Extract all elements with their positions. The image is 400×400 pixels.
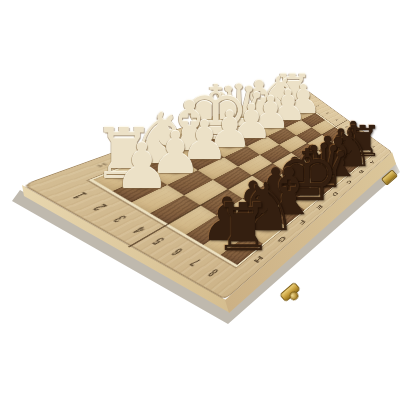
file-label-far-h: H — [96, 162, 110, 169]
rank-label-near-8: 8 — [206, 267, 221, 278]
rank-label-far-5: 5 — [344, 125, 349, 128]
file-label-far-f: F — [168, 136, 178, 141]
rank-label-near-7: 7 — [187, 256, 203, 267]
rank-label-far-1: 1 — [305, 98, 311, 101]
file-label-far-g: G — [134, 148, 147, 154]
rank-label-near-5: 5 — [150, 235, 168, 246]
file-label-near-h: H — [252, 254, 265, 263]
board-squares — [93, 99, 373, 265]
rank-label-near-1: 1 — [69, 190, 90, 200]
file-label-far-c: C — [242, 109, 250, 113]
chess-set-photo: 1122334455667788AABBCCDDEEFFGGHH ♜♞♝♛♚♝♞… — [0, 0, 400, 400]
rank-label-far-3: 3 — [324, 112, 329, 115]
rank-label-near-6: 6 — [169, 246, 186, 257]
rank-label-near-2: 2 — [90, 202, 110, 212]
file-label-far-a: A — [278, 96, 285, 100]
rank-label-far-4: 4 — [334, 118, 339, 121]
rank-label-far-6: 6 — [353, 132, 358, 135]
file-label-far-e: E — [196, 126, 205, 131]
file-label-near-g: G — [276, 235, 288, 244]
file-label-near-b: B — [358, 169, 365, 174]
file-label-far-b: B — [261, 102, 268, 106]
file-label-near-a: A — [369, 160, 375, 165]
file-label-far-d: D — [220, 117, 229, 121]
rank-label-near-4: 4 — [130, 224, 149, 234]
file-label-near-c: C — [345, 179, 352, 185]
brass-clasp-icon — [279, 282, 301, 303]
file-label-near-f: F — [298, 219, 307, 226]
chess-board: 1122334455667788AABBCCDDEEFFGGHH — [22, 85, 392, 300]
rank-label-far-8: 8 — [371, 145, 375, 148]
file-label-near-d: D — [331, 191, 339, 197]
rank-label-near-3: 3 — [110, 213, 129, 223]
rank-label-far-2: 2 — [315, 105, 321, 108]
rank-label-far-7: 7 — [362, 139, 367, 142]
file-label-near-e: E — [315, 204, 324, 210]
